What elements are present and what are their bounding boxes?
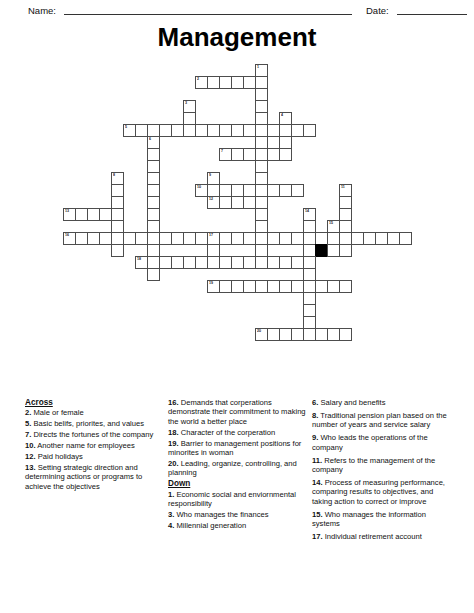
grid-cell[interactable] [111,244,124,257]
clue-item: 12. Paid holidays [25,452,168,461]
clue-item: 20. Leading, organize, controlling, and … [168,459,311,478]
cell-number: 9 [209,173,211,177]
clue-item: 14. Process of measuring performance, co… [312,478,455,506]
grid-cell[interactable] [291,184,304,197]
cell-number: 11 [341,185,345,189]
clue-column-1: Across2. Male or female5. Basic belifs, … [25,398,168,493]
grid-cell[interactable] [339,244,352,257]
page-title: Management [0,22,474,53]
cell-number: 20 [257,329,261,333]
clue-column-3: 6. Salary and benefits8. Traditional pen… [312,398,455,545]
cell-number: 8 [113,173,115,177]
grid-cell[interactable] [339,280,352,293]
cell-number: 19 [209,281,213,285]
clue-item: 8. Traditional pension plan based on the… [312,411,455,430]
cell-number: 1 [257,65,259,69]
clue-item: 9. Who leads the operations of the compa… [312,433,455,452]
clue-item: 10. Another name for employees [25,441,168,450]
cell-number: 14 [305,209,309,213]
grid-cell[interactable] [147,268,160,281]
name-input-line[interactable] [64,14,352,15]
clue-item: 6. Salary and benefits [312,398,455,407]
cell-number: 13 [65,209,69,213]
clue-item: 4. Millennial generation [168,521,311,530]
across-header: Across [25,398,168,407]
clue-item: 7. Directs the fortunes of the company [25,430,168,439]
cell-number: 6 [149,137,151,141]
cell-number: 7 [221,149,223,153]
cell-number: 12 [209,197,213,201]
grid-cell[interactable] [303,124,316,137]
cell-number: 10 [197,185,201,189]
cell-number: 2 [197,77,199,81]
clue-item: 19. Barrier to management positions for … [168,439,311,458]
down-header: Down [168,479,311,488]
clue-item: 13. Setting strategic direction and dete… [25,463,168,491]
clue-column-2: 16. Demands that corperations demonstrat… [168,398,311,532]
name-label: Name: [28,5,56,16]
date-label: Date: [366,5,389,16]
clue-item: 11. Refers to the management of the comp… [312,456,455,475]
clue-item: 16. Demands that corperations demonstrat… [168,398,311,426]
cell-number: 18 [137,257,141,261]
clue-item: 18. Character of the corperation [168,428,311,437]
clue-item: 15. Who manages the information systems [312,510,455,529]
cell-number: 17 [209,233,213,237]
crossword-grid: 1234567891011121314151617181920 [63,64,413,342]
grid-cell[interactable] [399,232,412,245]
clue-item: 1. Economic social and enviornmental res… [168,490,311,509]
cell-number: 15 [329,221,333,225]
cell-number: 16 [65,233,69,237]
cell-number: 3 [185,101,187,105]
clue-item: 5. Basic belifs, priorites, and values [25,419,168,428]
clue-item: 17. Individual retirement account [312,532,455,541]
clue-item: 3. Who manages the finances [168,510,311,519]
grid-cell[interactable] [279,148,292,161]
date-input-line[interactable] [397,14,467,15]
cell-number: 5 [125,125,127,129]
clue-item: 2. Male or female [25,408,168,417]
cell-number: 4 [281,113,283,117]
grid-cell[interactable] [339,328,352,341]
